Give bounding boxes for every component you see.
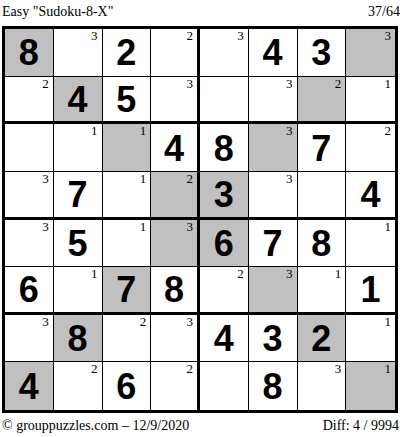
pencil-mark: 3 — [286, 172, 293, 187]
cell-r1c7[interactable]: 3 — [298, 29, 347, 77]
pencil-mark: 2 — [237, 267, 244, 282]
cell-r1c1[interactable]: 8 — [5, 29, 54, 77]
pencil-mark: 1 — [140, 124, 147, 139]
given-digit: 8 — [311, 226, 331, 262]
given-digit: 2 — [116, 35, 136, 71]
pencil-mark: 3 — [237, 29, 244, 44]
cell-r3c6[interactable]: 3 — [249, 124, 298, 172]
pencil-mark: 1 — [385, 362, 392, 377]
pencil-mark: 3 — [42, 220, 49, 235]
pencil-mark: 1 — [91, 124, 98, 139]
pencil-mark: 1 — [140, 220, 147, 235]
cell-r8c2[interactable]: 2 — [54, 362, 103, 410]
pencil-mark: 3 — [286, 77, 293, 92]
given-digit: 6 — [214, 226, 234, 262]
cell-r8c7[interactable]: 3 — [298, 362, 347, 410]
cell-r8c8[interactable]: 1 — [346, 362, 395, 410]
pencil-mark: 1 — [140, 172, 147, 187]
cell-r6c4[interactable]: 8 — [151, 267, 200, 315]
pencil-mark: 2 — [187, 362, 194, 377]
cell-r5c7[interactable]: 8 — [298, 220, 347, 268]
cell-r4c5[interactable]: 3 — [200, 172, 249, 220]
pencil-mark: 2 — [42, 77, 49, 92]
given-digit: 3 — [311, 35, 331, 71]
given-digit: 6 — [19, 272, 39, 308]
pencil-mark: 1 — [385, 315, 392, 330]
pencil-mark: 3 — [187, 77, 194, 92]
cell-r4c1[interactable]: 3 — [5, 172, 54, 220]
cell-r1c3[interactable]: 2 — [103, 29, 152, 77]
pencil-mark: 1 — [385, 220, 392, 235]
cell-r8c3[interactable]: 6 — [103, 362, 152, 410]
cell-r7c4[interactable]: 3 — [151, 315, 200, 363]
cell-r4c7[interactable] — [298, 172, 347, 220]
puzzle-page: Easy "Sudoku-8-X" 37/64 8322343324533211… — [0, 0, 403, 437]
cell-r3c4[interactable]: 4 — [151, 124, 200, 172]
page-footer: © grouppuzzles.com – 12/9/2020 Diff: 4 /… — [0, 413, 403, 433]
cell-r3c7[interactable]: 7 — [298, 124, 347, 172]
cell-r2c7[interactable]: 2 — [298, 77, 347, 125]
given-digit: 4 — [164, 131, 184, 167]
page-header: Easy "Sudoku-8-X" 37/64 — [0, 0, 403, 26]
cell-r5c3[interactable]: 1 — [103, 220, 152, 268]
given-digit: 5 — [68, 226, 88, 262]
cell-r7c5[interactable]: 4 — [200, 315, 249, 363]
cell-r4c8[interactable]: 4 — [346, 172, 395, 220]
cell-r5c2[interactable]: 5 — [54, 220, 103, 268]
given-digit: 8 — [214, 131, 234, 167]
given-digit: 8 — [164, 272, 184, 308]
given-digit: 3 — [214, 177, 234, 213]
difficulty-label: Diff: 4 / 9994 — [323, 418, 399, 433]
cell-r3c5[interactable]: 8 — [200, 124, 249, 172]
cell-r1c5[interactable]: 3 — [200, 29, 249, 77]
pencil-mark: 2 — [91, 362, 98, 377]
pencil-mark: 3 — [385, 29, 392, 44]
cell-r2c4[interactable]: 3 — [151, 77, 200, 125]
cell-r1c6[interactable]: 4 — [249, 29, 298, 77]
given-digit: 8 — [263, 369, 283, 405]
cell-r2c2[interactable]: 4 — [54, 77, 103, 125]
given-digit: 7 — [311, 131, 331, 167]
pencil-mark: 3 — [187, 315, 194, 330]
given-digit: 4 — [68, 82, 88, 118]
cell-r1c2[interactable]: 3 — [54, 29, 103, 77]
pencil-mark: 3 — [286, 267, 293, 282]
pencil-mark: 1 — [385, 77, 392, 92]
given-digit: 3 — [263, 321, 283, 357]
cell-r2c5[interactable] — [200, 77, 249, 125]
pencil-mark: 3 — [42, 172, 49, 187]
given-digit: 6 — [116, 369, 136, 405]
footer-copyright: © grouppuzzles.com – 12/9/2020 — [2, 418, 189, 433]
cell-r5c1[interactable]: 3 — [5, 220, 54, 268]
cell-r8c4[interactable]: 2 — [151, 362, 200, 410]
pencil-mark: 2 — [140, 315, 147, 330]
given-digit: 7 — [263, 226, 283, 262]
cell-r7c3[interactable]: 2 — [103, 315, 152, 363]
pencil-mark: 3 — [335, 362, 342, 377]
cell-r3c2[interactable]: 1 — [54, 124, 103, 172]
given-digit: 7 — [68, 177, 88, 213]
cell-r8c6[interactable]: 8 — [249, 362, 298, 410]
pencil-mark: 3 — [91, 29, 98, 44]
cell-r6c2[interactable]: 1 — [54, 267, 103, 315]
cell-r2c3[interactable]: 5 — [103, 77, 152, 125]
page-number: 37/64 — [368, 4, 400, 19]
cell-r7c2[interactable]: 8 — [54, 315, 103, 363]
cell-r5c8[interactable]: 1 — [346, 220, 395, 268]
cell-r1c8[interactable]: 3 — [346, 29, 395, 77]
pencil-mark: 3 — [42, 315, 49, 330]
cell-r3c1[interactable] — [5, 124, 54, 172]
page-title: Easy "Sudoku-8-X" — [2, 4, 113, 19]
cell-r8c1[interactable]: 4 — [5, 362, 54, 410]
cell-r6c1[interactable]: 6 — [5, 267, 54, 315]
cell-r6c7[interactable]: 1 — [298, 267, 347, 315]
cell-r5c5[interactable]: 6 — [200, 220, 249, 268]
cell-r4c4[interactable]: 2 — [151, 172, 200, 220]
cell-r6c6[interactable]: 3 — [249, 267, 298, 315]
given-digit: 5 — [116, 82, 136, 118]
cell-r7c1[interactable]: 3 — [5, 315, 54, 363]
cell-r2c8[interactable]: 1 — [346, 77, 395, 125]
given-digit: 4 — [19, 369, 39, 405]
cell-r4c3[interactable]: 1 — [103, 172, 152, 220]
pencil-mark: 3 — [286, 124, 293, 139]
cell-r7c6[interactable]: 3 — [249, 315, 298, 363]
cell-r2c1[interactable]: 2 — [5, 77, 54, 125]
given-digit: 8 — [68, 321, 88, 357]
cell-r5c4[interactable]: 3 — [151, 220, 200, 268]
cell-r2c6[interactable]: 3 — [249, 77, 298, 125]
cell-r3c8[interactable]: 2 — [346, 124, 395, 172]
cell-r4c2[interactable]: 7 — [54, 172, 103, 220]
cell-r6c5[interactable]: 2 — [200, 267, 249, 315]
cell-r4c6[interactable]: 3 — [249, 172, 298, 220]
given-digit: 1 — [361, 272, 381, 308]
given-digit: 8 — [19, 35, 39, 71]
pencil-mark: 3 — [187, 220, 194, 235]
cell-r6c8[interactable]: 1 — [346, 267, 395, 315]
cell-r8c5[interactable] — [200, 362, 249, 410]
pencil-mark: 2 — [187, 172, 194, 187]
cell-r6c3[interactable]: 7 — [103, 267, 152, 315]
cell-r7c8[interactable]: 1 — [346, 315, 395, 363]
pencil-mark: 2 — [187, 29, 194, 44]
given-digit: 7 — [116, 272, 136, 308]
given-digit: 4 — [214, 321, 234, 357]
given-digit: 4 — [263, 35, 283, 71]
cell-r7c7[interactable]: 2 — [298, 315, 347, 363]
given-digit: 2 — [311, 321, 331, 357]
cell-r1c4[interactable]: 2 — [151, 29, 200, 77]
sudoku-board: 8322343324533211148372371233435136781617… — [2, 26, 398, 413]
given-digit: 4 — [361, 177, 381, 213]
pencil-mark: 1 — [91, 267, 98, 282]
pencil-mark: 1 — [335, 267, 342, 282]
cell-r5c6[interactable]: 7 — [249, 220, 298, 268]
cell-r3c3[interactable]: 1 — [103, 124, 152, 172]
pencil-mark: 2 — [385, 124, 392, 139]
pencil-mark: 2 — [335, 77, 342, 92]
